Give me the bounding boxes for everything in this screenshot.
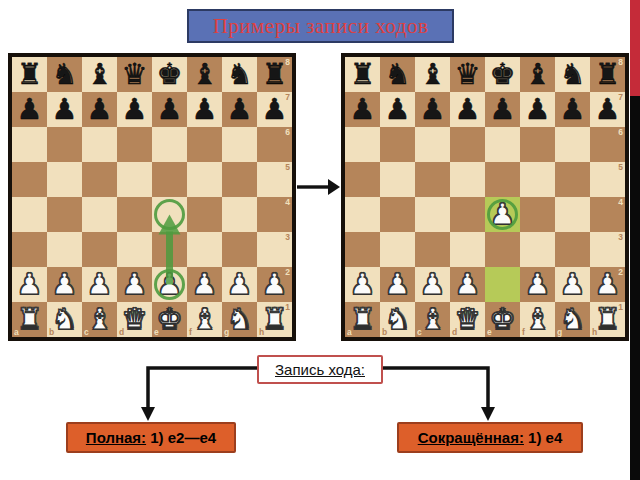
square-g1: ♞g (555, 302, 590, 337)
black-pawn: ♟ (82, 92, 117, 127)
square-d4 (117, 197, 152, 232)
black-pawn: ♟ (187, 92, 222, 127)
white-pawn: ♟ (345, 267, 380, 302)
square-g1: ♞g (222, 302, 257, 337)
square-h3: 3 (257, 232, 292, 267)
square-f3 (187, 232, 222, 267)
square-c8: ♝ (82, 57, 117, 92)
square-f8: ♝ (187, 57, 222, 92)
square-f1: ♝f (187, 302, 222, 337)
square-f5 (520, 162, 555, 197)
file-label-e: e (154, 328, 159, 337)
square-c5 (415, 162, 450, 197)
down-arrowhead-left-icon (141, 407, 155, 421)
black-queen: ♛ (450, 57, 485, 92)
square-h6: 6 (257, 127, 292, 162)
rank-label-3: 3 (618, 233, 623, 242)
full-notation-move: 1) e2—e4 (146, 429, 216, 446)
square-e8: ♚ (485, 57, 520, 92)
square-a4 (12, 197, 47, 232)
chess-board-before-move: ♜♞♝♛♚♝♞♜8♟♟♟♟♟♟♟♟76543♟♟♟♟♟♟♟♟2♜a♞b♝c♛d♚… (8, 53, 296, 341)
square-d5 (450, 162, 485, 197)
square-h2: ♟2 (590, 267, 625, 302)
file-label-h: h (592, 328, 597, 337)
black-pawn: ♟ (117, 92, 152, 127)
file-label-a: a (14, 328, 19, 337)
square-g8: ♞ (555, 57, 590, 92)
down-arrowhead-right-icon (481, 407, 495, 421)
black-pawn: ♟ (222, 92, 257, 127)
square-e1: ♚e (485, 302, 520, 337)
file-label-e: e (487, 328, 492, 337)
slide-accent-stripe-black (630, 96, 640, 480)
square-f6 (520, 127, 555, 162)
right-arrow-icon (296, 175, 340, 199)
square-c1: ♝c (415, 302, 450, 337)
slide-title: Примеры записи ходов (187, 9, 454, 43)
square-h2: ♟2 (257, 267, 292, 302)
square-e7: ♟ (152, 92, 187, 127)
square-g5 (222, 162, 257, 197)
file-label-b: b (382, 328, 387, 337)
white-bishop: ♝ (187, 302, 222, 337)
square-g2: ♟ (555, 267, 590, 302)
rank-label-2: 2 (618, 268, 623, 277)
rank-label-4: 4 (285, 198, 290, 207)
square-g5 (555, 162, 590, 197)
black-bishop: ♝ (520, 57, 555, 92)
square-a1: ♜a (345, 302, 380, 337)
square-a5 (345, 162, 380, 197)
square-c1: ♝c (82, 302, 117, 337)
square-b6 (380, 127, 415, 162)
square-g6 (222, 127, 257, 162)
file-label-c: c (84, 328, 89, 337)
white-pawn: ♟ (555, 267, 590, 302)
black-pawn: ♟ (12, 92, 47, 127)
black-bishop: ♝ (187, 57, 222, 92)
slide-title-text: Примеры записи ходов (213, 14, 429, 39)
white-pawn: ♟ (450, 267, 485, 302)
square-f7: ♟ (520, 92, 555, 127)
file-label-d: d (452, 328, 457, 337)
black-pawn: ♟ (485, 92, 520, 127)
square-h1: ♜1h (257, 302, 292, 337)
square-g8: ♞ (222, 57, 257, 92)
black-knight: ♞ (380, 57, 415, 92)
white-pawn: ♟ (82, 267, 117, 302)
square-d5 (117, 162, 152, 197)
rank-label-6: 6 (618, 128, 623, 137)
rank-label-2: 2 (285, 268, 290, 277)
square-a3 (12, 232, 47, 267)
square-f1: ♝f (520, 302, 555, 337)
square-e8: ♚ (152, 57, 187, 92)
square-f4 (520, 197, 555, 232)
square-a7: ♟ (12, 92, 47, 127)
square-h8: ♜8 (257, 57, 292, 92)
square-h5: 5 (590, 162, 625, 197)
black-knight: ♞ (555, 57, 590, 92)
black-pawn: ♟ (450, 92, 485, 127)
rank-label-5: 5 (285, 163, 290, 172)
black-pawn: ♟ (152, 92, 187, 127)
square-e1: ♚e (152, 302, 187, 337)
black-pawn: ♟ (47, 92, 82, 127)
square-h1: ♜1h (590, 302, 625, 337)
square-c8: ♝ (415, 57, 450, 92)
file-label-d: d (119, 328, 124, 337)
file-label-c: c (417, 328, 422, 337)
slide-accent-stripe-red (630, 0, 640, 96)
black-queen: ♛ (117, 57, 152, 92)
square-e7: ♟ (485, 92, 520, 127)
square-d3 (450, 232, 485, 267)
black-bishop: ♝ (82, 57, 117, 92)
white-pawn: ♟ (415, 267, 450, 302)
square-f5 (187, 162, 222, 197)
rank-label-8: 8 (618, 58, 623, 67)
black-king: ♚ (485, 57, 520, 92)
square-b5 (380, 162, 415, 197)
square-c7: ♟ (82, 92, 117, 127)
file-label-g: g (224, 328, 229, 337)
square-f4 (187, 197, 222, 232)
square-h8: ♜8 (590, 57, 625, 92)
square-a6 (12, 127, 47, 162)
square-a1: ♜a (12, 302, 47, 337)
square-d6 (117, 127, 152, 162)
black-rook: ♜ (12, 57, 47, 92)
square-d1: ♛d (450, 302, 485, 337)
square-a2: ♟ (345, 267, 380, 302)
white-pawn: ♟ (380, 267, 415, 302)
square-e3 (152, 232, 187, 267)
black-pawn: ♟ (415, 92, 450, 127)
black-pawn: ♟ (345, 92, 380, 127)
square-b8: ♞ (47, 57, 82, 92)
square-b4 (47, 197, 82, 232)
square-a4 (345, 197, 380, 232)
rank-label-7: 7 (285, 93, 290, 102)
square-h4: 4 (590, 197, 625, 232)
square-e6 (485, 127, 520, 162)
square-f8: ♝ (520, 57, 555, 92)
square-h5: 5 (257, 162, 292, 197)
square-g3 (555, 232, 590, 267)
black-pawn: ♟ (380, 92, 415, 127)
square-h3: 3 (590, 232, 625, 267)
square-e2 (485, 267, 520, 302)
rank-label-3: 3 (285, 233, 290, 242)
white-bishop: ♝ (520, 302, 555, 337)
square-a7: ♟ (345, 92, 380, 127)
square-a6 (345, 127, 380, 162)
file-label-g: g (557, 328, 562, 337)
square-a8: ♜ (12, 57, 47, 92)
move-circle-e4 (487, 199, 518, 230)
square-b6 (47, 127, 82, 162)
square-b7: ♟ (380, 92, 415, 127)
short-notation-box: Сокращённая: 1) e4 (397, 422, 583, 453)
square-b4 (380, 197, 415, 232)
square-e2: ♟ (152, 267, 187, 302)
full-notation-box: Полная: 1) e2—e4 (66, 422, 236, 453)
square-d1: ♛d (117, 302, 152, 337)
square-c6 (82, 127, 117, 162)
square-b1: ♞b (380, 302, 415, 337)
square-b3 (47, 232, 82, 267)
black-pawn: ♟ (520, 92, 555, 127)
square-h6: 6 (590, 127, 625, 162)
file-label-h: h (259, 328, 264, 337)
square-a8: ♜ (345, 57, 380, 92)
square-d7: ♟ (450, 92, 485, 127)
square-c3 (82, 232, 117, 267)
square-g7: ♟ (222, 92, 257, 127)
square-c4 (415, 197, 450, 232)
square-b8: ♞ (380, 57, 415, 92)
rank-label-7: 7 (618, 93, 623, 102)
square-d8: ♛ (117, 57, 152, 92)
black-pawn: ♟ (555, 92, 590, 127)
square-g7: ♟ (555, 92, 590, 127)
file-label-f: f (522, 328, 525, 337)
square-h4: 4 (257, 197, 292, 232)
square-f6 (187, 127, 222, 162)
square-b5 (47, 162, 82, 197)
square-g6 (555, 127, 590, 162)
black-knight: ♞ (222, 57, 257, 92)
black-rook: ♜ (345, 57, 380, 92)
move-circle-e2 (154, 269, 185, 300)
full-notation-label: Полная: (86, 429, 146, 446)
square-f7: ♟ (187, 92, 222, 127)
square-d3 (117, 232, 152, 267)
square-d8: ♛ (450, 57, 485, 92)
square-e3 (485, 232, 520, 267)
square-e6 (152, 127, 187, 162)
rank-label-5: 5 (618, 163, 623, 172)
black-bishop: ♝ (415, 57, 450, 92)
square-e5 (152, 162, 187, 197)
square-d2: ♟ (450, 267, 485, 302)
white-pawn: ♟ (520, 267, 555, 302)
file-label-a: a (347, 328, 352, 337)
white-pawn: ♟ (222, 267, 257, 302)
square-g4 (555, 197, 590, 232)
square-a5 (12, 162, 47, 197)
square-a3 (345, 232, 380, 267)
square-c7: ♟ (415, 92, 450, 127)
square-c4 (82, 197, 117, 232)
square-d6 (450, 127, 485, 162)
square-g2: ♟ (222, 267, 257, 302)
square-c2: ♟ (82, 267, 117, 302)
presentation-slide: Примеры записи ходов ♜♞♝♛♚♝♞♜8♟♟♟♟♟♟♟♟76… (0, 0, 640, 480)
square-e4 (152, 197, 187, 232)
chess-board-after-move: ♜♞♝♛♚♝♞♜8♟♟♟♟♟♟♟♟765♟43♟♟♟♟♟♟♟2♜a♞b♝c♛d♚… (341, 53, 629, 341)
black-king: ♚ (152, 57, 187, 92)
square-e4: ♟ (485, 197, 520, 232)
square-h7: ♟7 (590, 92, 625, 127)
file-label-b: b (49, 328, 54, 337)
square-c3 (415, 232, 450, 267)
square-c2: ♟ (415, 267, 450, 302)
square-d7: ♟ (117, 92, 152, 127)
rank-label-1: 1 (285, 303, 290, 312)
square-b1: ♞b (47, 302, 82, 337)
rank-label-6: 6 (285, 128, 290, 137)
square-a2: ♟ (12, 267, 47, 302)
square-b3 (380, 232, 415, 267)
file-label-f: f (189, 328, 192, 337)
square-b7: ♟ (47, 92, 82, 127)
square-c5 (82, 162, 117, 197)
rank-label-8: 8 (285, 58, 290, 67)
square-b2: ♟ (47, 267, 82, 302)
rank-label-4: 4 (618, 198, 623, 207)
square-f3 (520, 232, 555, 267)
square-e5 (485, 162, 520, 197)
square-c6 (415, 127, 450, 162)
square-b2: ♟ (380, 267, 415, 302)
black-knight: ♞ (47, 57, 82, 92)
square-g4 (222, 197, 257, 232)
rank-label-1: 1 (618, 303, 623, 312)
white-pawn: ♟ (12, 267, 47, 302)
white-pawn: ♟ (187, 267, 222, 302)
square-h7: ♟7 (257, 92, 292, 127)
white-pawn: ♟ (47, 267, 82, 302)
short-notation-move: 1) e4 (524, 429, 562, 446)
short-notation-label: Сокращённая: (418, 429, 524, 446)
square-f2: ♟ (520, 267, 555, 302)
square-f2: ♟ (187, 267, 222, 302)
move-circle-e4 (154, 199, 185, 230)
bracket-arrows (140, 358, 500, 424)
square-g3 (222, 232, 257, 267)
white-pawn: ♟ (117, 267, 152, 302)
square-d2: ♟ (117, 267, 152, 302)
square-d4 (450, 197, 485, 232)
